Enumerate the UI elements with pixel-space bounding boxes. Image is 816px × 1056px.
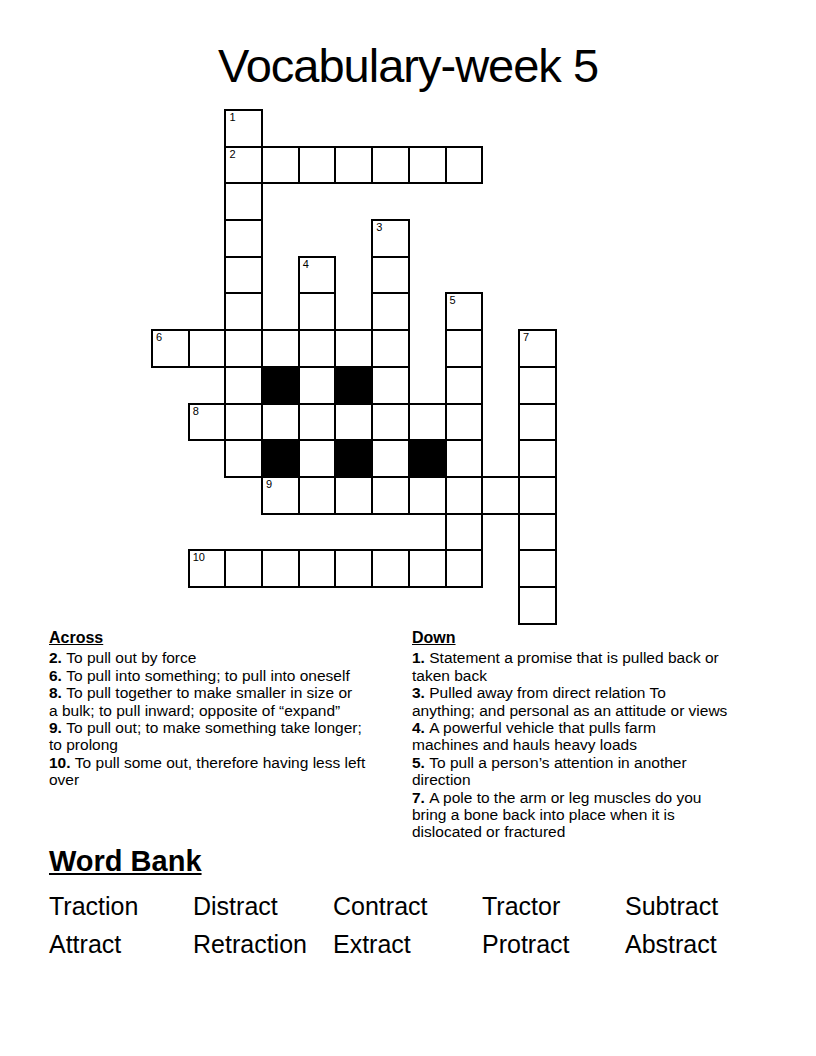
word-bank-word: Tractor [482, 892, 625, 920]
word-bank-word: Protract [482, 930, 625, 958]
clue-item: 8. To pull together to make smaller in s… [49, 684, 421, 719]
clue-item: 2. To pull out by force [49, 649, 421, 666]
clue-number-label: 1. [412, 649, 429, 666]
grid-cell[interactable] [371, 403, 410, 442]
word-bank-section: Word Bank TractionDistractContractTracto… [49, 845, 718, 958]
word-bank-word: Abstract [625, 930, 718, 958]
grid-cell[interactable] [371, 476, 410, 515]
down-clue-list: 1. Statement a promise that is pulled ba… [412, 649, 772, 840]
grid-cell[interactable] [371, 292, 410, 331]
grid-cell[interactable] [445, 476, 484, 515]
clue-item: 7. A pole to the arm or leg muscles do y… [412, 789, 772, 841]
grid-cell[interactable] [445, 439, 484, 478]
grid-cell[interactable] [518, 366, 557, 405]
grid-cell[interactable] [371, 439, 410, 478]
grid-cell[interactable] [188, 329, 227, 368]
grid-cell[interactable] [371, 146, 410, 185]
grid-cell[interactable] [371, 329, 410, 368]
grid-cell[interactable] [334, 146, 373, 185]
grid-cell[interactable] [518, 549, 557, 588]
grid-cell[interactable] [518, 476, 557, 515]
grid-cell[interactable] [445, 513, 484, 552]
grid-cell[interactable] [224, 219, 263, 258]
grid-cell[interactable] [445, 146, 484, 185]
clue-item: 6. To pull into something; to pull into … [49, 667, 421, 684]
clue-number-label: 2. [49, 649, 66, 666]
grid-cell[interactable] [445, 329, 484, 368]
grid-cell[interactable] [445, 366, 484, 405]
crossword-grid: 12345678910 [152, 110, 556, 624]
grid-cell[interactable] [518, 586, 557, 625]
grid-cell[interactable] [518, 513, 557, 552]
clue-number-label: 4. [412, 719, 429, 736]
clue-number-label: 10. [49, 754, 75, 771]
grid-cell[interactable]: 5 [445, 292, 484, 331]
clue-number: 5 [450, 295, 456, 306]
grid-cell[interactable] [261, 403, 300, 442]
grid-cell[interactable] [261, 146, 300, 185]
across-heading: Across [49, 629, 421, 646]
across-clues-section: Across 2. To pull out by force6. To pull… [49, 629, 421, 789]
grid-cell[interactable] [224, 439, 263, 478]
word-bank-word: Traction [49, 892, 193, 920]
grid-cell[interactable] [224, 366, 263, 405]
word-bank-word: Extract [333, 930, 482, 958]
clue-number: 6 [156, 332, 162, 343]
grid-cell[interactable] [224, 329, 263, 368]
grid-cell[interactable] [481, 476, 520, 515]
clue-item: 3. Pulled away from direct relation To a… [412, 684, 772, 719]
grid-cell[interactable] [334, 476, 373, 515]
grid-cell[interactable] [261, 329, 300, 368]
grid-cell[interactable] [224, 403, 263, 442]
clue-item: 9. To pull out; to make something take l… [49, 719, 421, 754]
grid-cell[interactable] [334, 403, 373, 442]
clue-number-label: 3. [412, 684, 429, 701]
grid-cell[interactable]: 1 [224, 109, 263, 148]
grid-cell[interactable]: 6 [151, 329, 190, 368]
black-cell [408, 439, 447, 478]
clue-number-label: 6. [49, 667, 66, 684]
grid-cell[interactable]: 8 [188, 403, 227, 442]
grid-cell[interactable] [518, 403, 557, 442]
clue-number: 4 [303, 259, 309, 270]
grid-cell[interactable] [298, 146, 337, 185]
grid-cell[interactable] [298, 366, 337, 405]
grid-cell[interactable] [298, 292, 337, 331]
word-bank-word: Distract [193, 892, 333, 920]
grid-cell[interactable]: 9 [261, 476, 300, 515]
black-cell [334, 366, 373, 405]
grid-cell[interactable] [408, 146, 447, 185]
grid-cell[interactable]: 7 [518, 329, 557, 368]
clue-number: 10 [193, 552, 205, 563]
grid-cell[interactable] [371, 549, 410, 588]
grid-cell[interactable] [408, 476, 447, 515]
clue-item: 5. To pull a person’s attention in anoth… [412, 754, 772, 789]
grid-cell[interactable] [445, 403, 484, 442]
page-title: Vocabulary-week 5 [0, 38, 816, 94]
word-bank-heading: Word Bank [49, 845, 718, 878]
clue-item: 10. To pull some out, therefore having l… [49, 754, 421, 789]
clue-number: 7 [523, 332, 529, 343]
clue-number: 1 [229, 112, 235, 123]
grid-cell[interactable]: 10 [188, 549, 227, 588]
clue-number: 9 [266, 479, 272, 490]
grid-cell[interactable] [298, 403, 337, 442]
grid-cell[interactable] [224, 182, 263, 221]
across-clue-list: 2. To pull out by force6. To pull into s… [49, 649, 421, 788]
grid-cell[interactable] [224, 292, 263, 331]
grid-cell[interactable] [224, 549, 263, 588]
clue-number: 2 [229, 149, 235, 160]
grid-cell[interactable] [224, 256, 263, 295]
grid-cell[interactable] [298, 329, 337, 368]
down-heading: Down [412, 629, 772, 646]
grid-cell[interactable]: 2 [224, 146, 263, 185]
clue-number-label: 5. [412, 754, 429, 771]
grid-cell[interactable] [334, 329, 373, 368]
clue-number: 8 [193, 406, 199, 417]
word-bank-word: Retraction [193, 930, 333, 958]
word-bank-word: Contract [333, 892, 482, 920]
grid-cell[interactable]: 4 [298, 256, 337, 295]
grid-cell[interactable] [298, 476, 337, 515]
grid-cell[interactable] [408, 403, 447, 442]
down-clues-section: Down 1. Statement a promise that is pull… [412, 629, 772, 841]
word-bank-word: Subtract [625, 892, 718, 920]
grid-cell[interactable] [261, 549, 300, 588]
clue-number-label: 9. [49, 719, 66, 736]
grid-cell[interactable] [334, 549, 373, 588]
grid-cell[interactable] [298, 439, 337, 478]
word-bank-word: Attract [49, 930, 193, 958]
clue-number-label: 8. [49, 684, 66, 701]
black-cell [261, 439, 300, 478]
word-bank-words: TractionDistractContractTractorSubtractA… [49, 892, 718, 958]
grid-cell[interactable] [371, 366, 410, 405]
black-cell [334, 439, 373, 478]
grid-cell[interactable]: 3 [371, 219, 410, 258]
grid-cell[interactable] [408, 549, 447, 588]
black-cell [261, 366, 300, 405]
grid-cell[interactable] [445, 549, 484, 588]
clue-item: 4. A powerful vehicle that pulls farm ma… [412, 719, 772, 754]
clue-item: 1. Statement a promise that is pulled ba… [412, 649, 772, 684]
clue-number-label: 7. [412, 789, 429, 806]
clue-number: 3 [376, 222, 382, 233]
grid-cell[interactable] [371, 256, 410, 295]
grid-cell[interactable] [518, 439, 557, 478]
grid-cell[interactable] [298, 549, 337, 588]
